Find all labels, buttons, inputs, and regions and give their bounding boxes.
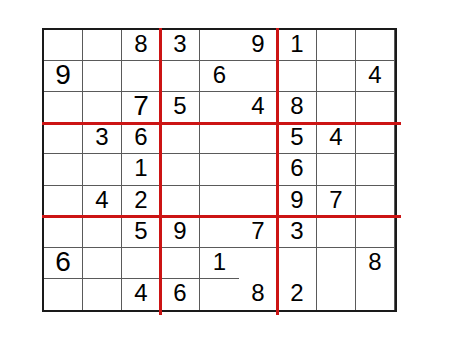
box-divider-vertical-left [159, 28, 162, 315]
cell-r6c6[interactable] [239, 186, 278, 217]
cell-r1c9[interactable] [356, 30, 395, 61]
cell-r9c5[interactable] [200, 279, 239, 310]
cell-r8c8[interactable] [317, 248, 356, 279]
cell-r8c1[interactable]: 6 [44, 248, 83, 279]
cell-r5c4[interactable] [161, 154, 200, 185]
cell-r8c9[interactable]: 8 [356, 248, 395, 279]
cell-r7c1[interactable] [44, 217, 83, 248]
cell-r2c2[interactable] [83, 61, 122, 92]
cell-r4c8[interactable]: 4 [317, 123, 356, 154]
cell-r1c3[interactable]: 8 [122, 30, 161, 61]
cell-r2c3[interactable] [122, 61, 161, 92]
cell-r5c6[interactable] [239, 154, 278, 185]
cell-r1c2[interactable] [83, 30, 122, 61]
cell-r9c1[interactable] [44, 279, 83, 310]
cell-r7c3[interactable]: 5 [122, 217, 161, 248]
cell-r7c9[interactable] [356, 217, 395, 248]
cell-r6c3[interactable]: 2 [122, 186, 161, 217]
cell-r7c8[interactable] [317, 217, 356, 248]
cell-r8c2[interactable] [83, 248, 122, 279]
cell-r6c7[interactable]: 9 [278, 186, 317, 217]
cell-r8c4[interactable] [161, 248, 200, 279]
cell-r4c7[interactable]: 5 [278, 123, 317, 154]
cell-r2c1[interactable]: 9 [44, 61, 83, 92]
cell-r5c3[interactable]: 1 [122, 154, 161, 185]
cell-r5c5[interactable] [200, 154, 239, 185]
cell-r5c9[interactable] [356, 154, 395, 185]
cell-r3c1[interactable] [44, 92, 83, 123]
cell-r4c9[interactable] [356, 123, 395, 154]
cell-r9c8[interactable] [317, 279, 356, 310]
cell-r4c3[interactable]: 6 [122, 123, 161, 154]
cell-r7c5[interactable] [200, 217, 239, 248]
cell-r3c3[interactable]: 7 [122, 92, 161, 123]
cell-r4c2[interactable]: 3 [83, 123, 122, 154]
cell-r3c7[interactable]: 8 [278, 92, 317, 123]
cell-r9c6[interactable]: 8 [239, 279, 278, 310]
box-divider-horizontal-top [42, 122, 401, 125]
cell-r9c2[interactable] [83, 279, 122, 310]
cell-r2c7[interactable] [278, 61, 317, 92]
cell-r1c1[interactable] [44, 30, 83, 61]
cell-r2c4[interactable] [161, 61, 200, 92]
cell-r1c5[interactable] [200, 30, 239, 61]
box-divider-vertical-right [276, 28, 279, 315]
cell-r5c1[interactable] [44, 154, 83, 185]
cell-r7c4[interactable]: 9 [161, 217, 200, 248]
cell-r6c8[interactable]: 7 [317, 186, 356, 217]
cell-r8c3[interactable] [122, 248, 161, 279]
cell-r5c7[interactable]: 6 [278, 154, 317, 185]
cell-r8c6[interactable] [239, 248, 278, 279]
cell-r5c2[interactable] [83, 154, 122, 185]
cell-r4c5[interactable] [200, 123, 239, 154]
cell-r2c9[interactable]: 4 [356, 61, 395, 92]
cell-r1c6[interactable]: 9 [239, 30, 278, 61]
cell-r6c5[interactable] [200, 186, 239, 217]
cell-r6c2[interactable]: 4 [83, 186, 122, 217]
cell-r4c1[interactable] [44, 123, 83, 154]
cell-r9c7[interactable]: 2 [278, 279, 317, 310]
cell-r3c9[interactable] [356, 92, 395, 123]
cell-r7c7[interactable]: 3 [278, 217, 317, 248]
cell-r2c5[interactable]: 6 [200, 61, 239, 92]
cell-r1c8[interactable] [317, 30, 356, 61]
sudoku-board: 83919647548365416429759736184682 [42, 28, 397, 312]
cell-r8c7[interactable] [278, 248, 317, 279]
cell-r4c4[interactable] [161, 123, 200, 154]
cell-r5c8[interactable] [317, 154, 356, 185]
cell-r3c4[interactable]: 5 [161, 92, 200, 123]
cell-r3c6[interactable]: 4 [239, 92, 278, 123]
cell-r2c8[interactable] [317, 61, 356, 92]
cell-r6c4[interactable] [161, 186, 200, 217]
cell-r4c6[interactable] [239, 123, 278, 154]
cell-r3c5[interactable] [200, 92, 239, 123]
cell-r9c9[interactable] [356, 279, 395, 310]
cell-r6c1[interactable] [44, 186, 83, 217]
box-divider-horizontal-bottom [42, 215, 401, 218]
cell-r2c6[interactable] [239, 61, 278, 92]
cell-r1c7[interactable]: 1 [278, 30, 317, 61]
cell-r7c2[interactable] [83, 217, 122, 248]
cell-r9c4[interactable]: 6 [161, 279, 200, 310]
cell-r3c8[interactable] [317, 92, 356, 123]
cell-r3c2[interactable] [83, 92, 122, 123]
cell-r7c6[interactable]: 7 [239, 217, 278, 248]
cell-r1c4[interactable]: 3 [161, 30, 200, 61]
cell-r6c9[interactable] [356, 186, 395, 217]
cell-r8c5[interactable]: 1 [200, 248, 239, 279]
cell-r9c3[interactable]: 4 [122, 279, 161, 310]
